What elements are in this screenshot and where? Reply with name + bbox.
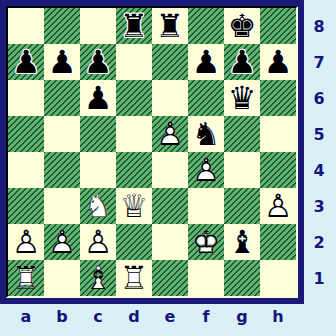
square-e8[interactable]: ♜ [152, 8, 188, 44]
square-f1[interactable] [188, 260, 224, 296]
black-king: ♚ [224, 8, 260, 44]
square-g7[interactable]: ♟ [224, 44, 260, 80]
square-h7[interactable]: ♟ [260, 44, 296, 80]
black-rook: ♜ [116, 8, 152, 44]
square-c3[interactable]: ♞♘ [80, 188, 116, 224]
square-h6[interactable] [260, 80, 296, 116]
file-label-e: e [152, 301, 188, 331]
rank-label-4: 4 [304, 152, 334, 188]
file-label-b: b [44, 301, 80, 331]
file-label-c: c [80, 301, 116, 331]
white-pawn: ♟♙ [260, 188, 296, 224]
square-h3[interactable]: ♟♙ [260, 188, 296, 224]
square-f5[interactable]: ♞ [188, 116, 224, 152]
square-d2[interactable] [116, 224, 152, 260]
square-b2[interactable]: ♟♙ [44, 224, 80, 260]
square-c7[interactable]: ♟ [80, 44, 116, 80]
black-pawn: ♟ [224, 44, 260, 80]
white-rook: ♜♖ [116, 260, 152, 296]
square-a1[interactable]: ♜♖ [8, 260, 44, 296]
square-f4[interactable]: ♟♙ [188, 152, 224, 188]
board-frame: ♜♜♚♟♟♟♟♟♟♟♛♟♙♞♟♙♞♘♛♕♟♙♟♙♟♙♟♙♚♔♝♜♖♝♗♜♖ [0, 0, 304, 304]
square-d3[interactable]: ♛♕ [116, 188, 152, 224]
file-label-h: h [260, 301, 296, 331]
square-c1[interactable]: ♝♗ [80, 260, 116, 296]
file-label-g: g [224, 301, 260, 331]
white-king: ♚♔ [188, 224, 224, 260]
rank-labels: 87654321 [304, 8, 334, 296]
square-h8[interactable] [260, 8, 296, 44]
square-e6[interactable] [152, 80, 188, 116]
square-d6[interactable] [116, 80, 152, 116]
square-g3[interactable] [224, 188, 260, 224]
black-knight: ♞ [188, 116, 224, 152]
square-e5[interactable]: ♟♙ [152, 116, 188, 152]
file-label-d: d [116, 301, 152, 331]
square-c8[interactable] [80, 8, 116, 44]
square-a2[interactable]: ♟♙ [8, 224, 44, 260]
square-h5[interactable] [260, 116, 296, 152]
square-g4[interactable] [224, 152, 260, 188]
square-b5[interactable] [44, 116, 80, 152]
square-b6[interactable] [44, 80, 80, 116]
square-h2[interactable] [260, 224, 296, 260]
white-rook: ♜♖ [8, 260, 44, 296]
rank-label-7: 7 [304, 44, 334, 80]
square-a6[interactable] [8, 80, 44, 116]
square-b4[interactable] [44, 152, 80, 188]
square-c4[interactable] [80, 152, 116, 188]
chess-board: ♜♜♚♟♟♟♟♟♟♟♛♟♙♞♟♙♞♘♛♕♟♙♟♙♟♙♟♙♚♔♝♜♖♝♗♜♖ [6, 6, 298, 298]
rank-label-5: 5 [304, 116, 334, 152]
black-pawn: ♟ [260, 44, 296, 80]
black-pawn: ♟ [188, 44, 224, 80]
black-bishop: ♝ [224, 224, 260, 260]
white-bishop: ♝♗ [80, 260, 116, 296]
rank-label-3: 3 [304, 188, 334, 224]
rank-label-2: 2 [304, 224, 334, 260]
square-a4[interactable] [8, 152, 44, 188]
square-f7[interactable]: ♟ [188, 44, 224, 80]
square-f8[interactable] [188, 8, 224, 44]
square-b3[interactable] [44, 188, 80, 224]
square-h4[interactable] [260, 152, 296, 188]
white-knight: ♞♘ [80, 188, 116, 224]
square-f3[interactable] [188, 188, 224, 224]
square-c2[interactable]: ♟♙ [80, 224, 116, 260]
square-g6[interactable]: ♛ [224, 80, 260, 116]
square-g2[interactable]: ♝ [224, 224, 260, 260]
square-e2[interactable] [152, 224, 188, 260]
white-pawn: ♟♙ [188, 152, 224, 188]
square-g8[interactable]: ♚ [224, 8, 260, 44]
rank-label-6: 6 [304, 80, 334, 116]
square-f6[interactable] [188, 80, 224, 116]
square-c6[interactable]: ♟ [80, 80, 116, 116]
file-labels: abcdefgh [8, 301, 296, 331]
black-queen: ♛ [224, 80, 260, 116]
rank-label-1: 1 [304, 260, 334, 296]
black-pawn: ♟ [80, 44, 116, 80]
white-pawn: ♟♙ [152, 116, 188, 152]
square-a7[interactable]: ♟ [8, 44, 44, 80]
square-g1[interactable] [224, 260, 260, 296]
white-pawn: ♟♙ [8, 224, 44, 260]
square-h1[interactable] [260, 260, 296, 296]
square-e7[interactable] [152, 44, 188, 80]
black-pawn: ♟ [44, 44, 80, 80]
black-pawn: ♟ [80, 80, 116, 116]
square-d5[interactable] [116, 116, 152, 152]
chess-diagram: ♜♜♚♟♟♟♟♟♟♟♛♟♙♞♟♙♞♘♛♕♟♙♟♙♟♙♟♙♚♔♝♜♖♝♗♜♖ 87… [0, 0, 336, 336]
white-pawn: ♟♙ [44, 224, 80, 260]
square-b8[interactable] [44, 8, 80, 44]
black-rook: ♜ [152, 8, 188, 44]
white-pawn: ♟♙ [80, 224, 116, 260]
square-a5[interactable] [8, 116, 44, 152]
square-d8[interactable]: ♜ [116, 8, 152, 44]
square-e4[interactable] [152, 152, 188, 188]
file-label-a: a [8, 301, 44, 331]
square-e3[interactable] [152, 188, 188, 224]
square-d4[interactable] [116, 152, 152, 188]
square-g5[interactable] [224, 116, 260, 152]
square-f2[interactable]: ♚♔ [188, 224, 224, 260]
black-pawn: ♟ [8, 44, 44, 80]
square-b1[interactable] [44, 260, 80, 296]
file-label-f: f [188, 301, 224, 331]
white-queen: ♛♕ [116, 188, 152, 224]
square-c5[interactable] [80, 116, 116, 152]
square-a8[interactable] [8, 8, 44, 44]
square-e1[interactable] [152, 260, 188, 296]
square-d7[interactable] [116, 44, 152, 80]
square-a3[interactable] [8, 188, 44, 224]
square-d1[interactable]: ♜♖ [116, 260, 152, 296]
rank-label-8: 8 [304, 8, 334, 44]
square-b7[interactable]: ♟ [44, 44, 80, 80]
